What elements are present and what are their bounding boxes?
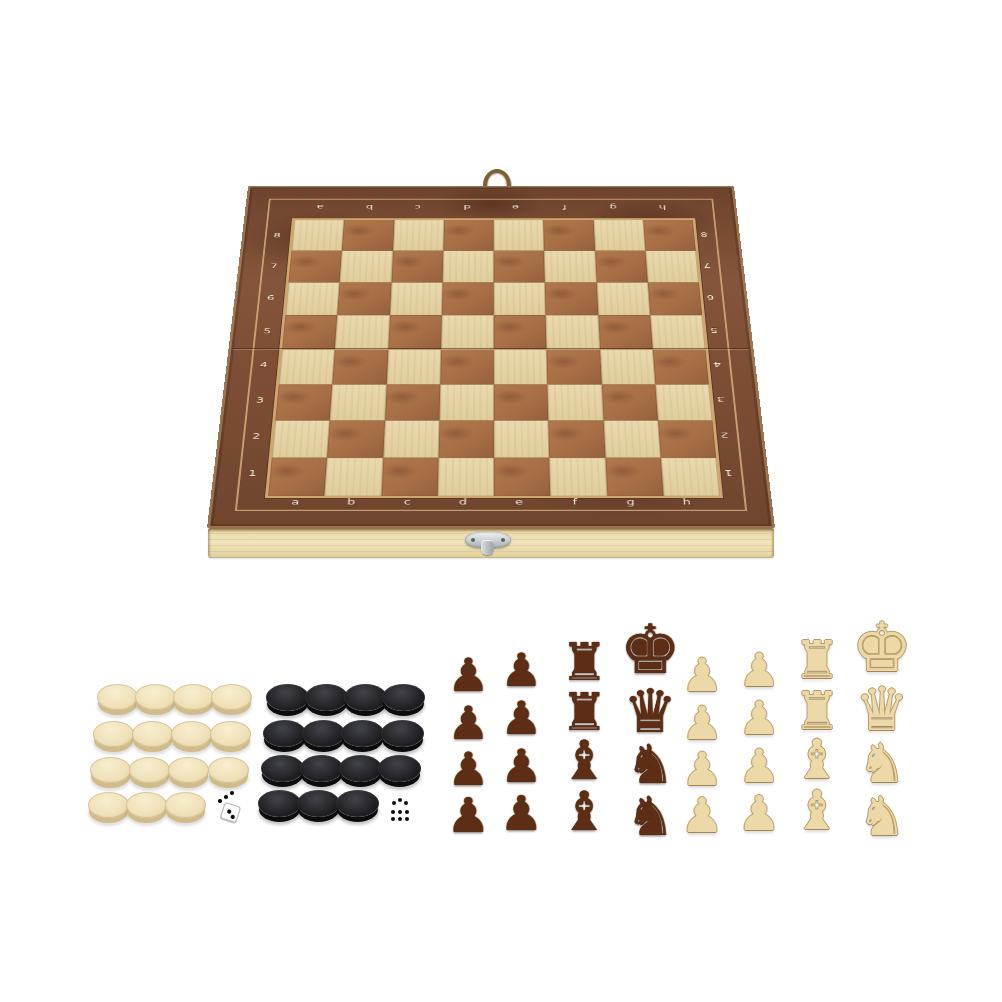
square-h5[interactable] <box>650 315 705 349</box>
black-checker[interactable] <box>263 720 306 747</box>
coord-label-h: h <box>637 204 686 211</box>
coord-label-7: 7 <box>263 250 284 281</box>
white-checker[interactable] <box>88 792 129 818</box>
square-h8[interactable] <box>643 220 696 251</box>
coord-label-g: g <box>588 204 637 211</box>
light-pawn[interactable]: ♟ <box>737 789 780 837</box>
square-h4[interactable] <box>653 349 709 384</box>
light-pawn[interactable]: ♟ <box>680 791 723 839</box>
square-f7[interactable] <box>544 251 596 283</box>
light-pawn[interactable]: ♟ <box>738 743 779 789</box>
square-d7[interactable] <box>442 251 493 283</box>
coord-label-6: 6 <box>260 282 281 314</box>
coord-label-4: 4 <box>253 348 275 382</box>
square-e7[interactable] <box>494 251 545 283</box>
loose-die-pip <box>224 795 228 799</box>
square-g4[interactable] <box>600 349 656 384</box>
square-h3[interactable] <box>655 384 712 420</box>
square-c8[interactable] <box>393 220 444 251</box>
light-knight[interactable]: ♞ <box>858 790 906 844</box>
square-g7[interactable] <box>595 251 648 283</box>
black-dice-pip <box>405 810 409 814</box>
light-pawn[interactable]: ♟ <box>738 647 779 693</box>
latch-knob-icon <box>481 540 494 555</box>
coord-label-c: c <box>379 497 435 506</box>
black-checker[interactable] <box>266 684 309 711</box>
square-d5[interactable] <box>441 315 494 349</box>
coord-label-c: c <box>393 204 442 211</box>
coord-label-2: 2 <box>713 418 736 455</box>
light-bishop[interactable]: ♝ <box>793 784 841 838</box>
dark-rook[interactable]: ♜ <box>561 636 608 688</box>
black-checker[interactable] <box>341 720 384 747</box>
coord-label-1: 1 <box>241 454 264 492</box>
black-checker[interactable] <box>258 790 301 817</box>
square-e6[interactable] <box>494 283 546 316</box>
square-f5[interactable] <box>546 315 600 349</box>
coord-label-e: e <box>491 497 547 506</box>
square-f1[interactable] <box>549 458 606 497</box>
light-pawn[interactable]: ♟ <box>738 695 779 741</box>
black-checker[interactable] <box>300 755 343 782</box>
coord-label-e: e <box>491 204 540 211</box>
square-f8[interactable] <box>543 220 594 251</box>
white-checker[interactable] <box>168 757 209 783</box>
square-f2[interactable] <box>549 420 605 457</box>
square-d8[interactable] <box>443 220 494 251</box>
light-pawn[interactable]: ♟ <box>681 700 722 746</box>
checkerboard <box>265 218 723 498</box>
coord-label-d: d <box>435 497 491 506</box>
coord-label-b: b <box>344 204 393 211</box>
white-checker[interactable] <box>173 684 214 710</box>
white-checker[interactable] <box>135 684 176 710</box>
product-photo-stage: abcdefgh abcdefgh 87654321 87654321 ♟♟♟♟… <box>0 0 1002 1002</box>
white-checker[interactable] <box>210 721 251 747</box>
square-c1[interactable] <box>381 458 438 497</box>
dark-pawn[interactable]: ♟ <box>500 647 541 693</box>
black-dice-pip <box>391 817 395 821</box>
square-a2[interactable] <box>272 420 330 457</box>
square-h6[interactable] <box>648 283 703 316</box>
files-top: abcdefgh <box>295 204 686 211</box>
coord-label-b: b <box>323 497 379 506</box>
square-g5[interactable] <box>598 315 653 349</box>
black-dice-pip <box>398 798 402 802</box>
coord-label-8: 8 <box>267 220 288 251</box>
coord-label-1: 1 <box>717 454 740 492</box>
white-checker[interactable] <box>132 721 173 747</box>
square-d1[interactable] <box>437 458 493 497</box>
coord-label-a: a <box>267 497 324 506</box>
square-c2[interactable] <box>383 420 439 457</box>
square-c4[interactable] <box>386 349 441 384</box>
light-pawn[interactable]: ♟ <box>681 652 722 698</box>
square-a4[interactable] <box>279 349 335 384</box>
dark-pawn[interactable]: ♟ <box>446 791 489 839</box>
square-b5[interactable] <box>335 315 390 349</box>
square-b6[interactable] <box>337 283 391 316</box>
square-g8[interactable] <box>593 220 645 251</box>
square-a7[interactable] <box>288 251 342 283</box>
coord-label-3: 3 <box>249 382 272 418</box>
square-a5[interactable] <box>282 315 337 349</box>
square-f3[interactable] <box>548 384 604 420</box>
square-h1[interactable] <box>661 458 720 497</box>
dark-bishop[interactable]: ♝ <box>560 785 608 839</box>
square-h2[interactable] <box>658 420 716 457</box>
square-b3[interactable] <box>330 384 386 420</box>
coord-label-6: 6 <box>700 282 721 314</box>
square-g3[interactable] <box>601 384 657 420</box>
black-dice-pip <box>405 817 409 821</box>
square-f4[interactable] <box>547 349 602 384</box>
light-knight[interactable]: ♞ <box>858 737 906 791</box>
black-dice-pip <box>391 810 395 814</box>
coord-label-8: 8 <box>694 220 715 251</box>
dark-knight[interactable]: ♞ <box>626 790 674 844</box>
black-dice-pip <box>398 817 402 821</box>
black-checker[interactable] <box>297 790 340 817</box>
white-checker[interactable] <box>165 792 206 818</box>
black-checker[interactable] <box>382 684 425 711</box>
square-h7[interactable] <box>645 251 699 283</box>
box-pine-base <box>208 528 774 558</box>
black-checker[interactable] <box>305 684 348 711</box>
square-b4[interactable] <box>333 349 388 384</box>
white-checker[interactable] <box>211 684 252 710</box>
square-g1[interactable] <box>605 458 663 497</box>
coord-label-d: d <box>442 204 491 211</box>
square-d6[interactable] <box>442 283 494 316</box>
dark-knight[interactable]: ♞ <box>626 738 674 792</box>
square-d2[interactable] <box>438 420 494 457</box>
white-checker[interactable] <box>90 757 131 783</box>
die-pip <box>227 809 231 813</box>
black-dice-pip <box>398 810 402 814</box>
square-d4[interactable] <box>440 349 494 384</box>
coord-label-3: 3 <box>710 382 733 418</box>
dark-pawn[interactable]: ♟ <box>499 789 542 837</box>
loose-die-pip <box>230 791 234 795</box>
light-king[interactable]: ♚ <box>852 614 913 682</box>
square-c5[interactable] <box>388 315 442 349</box>
dark-king[interactable]: ♚ <box>620 616 681 684</box>
light-queen[interactable]: ♛ <box>855 679 909 739</box>
fold-seam <box>233 348 749 349</box>
square-c7[interactable] <box>391 251 443 283</box>
chess-board-box: abcdefgh abcdefgh 87654321 87654321 <box>207 189 775 560</box>
board-surface: abcdefgh abcdefgh 87654321 87654321 <box>207 186 775 528</box>
square-e1[interactable] <box>494 458 551 497</box>
square-b1[interactable] <box>325 458 383 497</box>
coord-label-a: a <box>295 204 344 211</box>
coord-label-4: 4 <box>706 348 728 382</box>
coord-label-5: 5 <box>256 314 278 347</box>
black-dice-pip <box>404 801 408 805</box>
white-checker[interactable] <box>97 684 138 710</box>
white-checker[interactable] <box>129 757 170 783</box>
black-checker[interactable] <box>378 755 421 782</box>
dark-pawn[interactable]: ♟ <box>500 743 541 789</box>
square-b7[interactable] <box>340 251 393 283</box>
coord-label-7: 7 <box>697 250 718 281</box>
square-a1[interactable] <box>268 458 327 497</box>
square-e2[interactable] <box>494 420 550 457</box>
square-f6[interactable] <box>545 283 598 316</box>
black-checker[interactable] <box>381 720 424 747</box>
white-die[interactable] <box>220 802 241 823</box>
white-checker[interactable] <box>171 721 212 747</box>
dark-pawn[interactable]: ♟ <box>447 652 488 698</box>
square-c6[interactable] <box>390 283 443 316</box>
coord-label-5: 5 <box>703 314 725 347</box>
square-e5[interactable] <box>494 315 547 349</box>
coord-label-2: 2 <box>245 418 268 455</box>
dark-pawn[interactable]: ♟ <box>447 700 488 746</box>
square-b2[interactable] <box>327 420 384 457</box>
square-e4[interactable] <box>494 349 548 384</box>
black-checker[interactable] <box>336 790 379 817</box>
black-checker[interactable] <box>339 755 382 782</box>
coord-label-g: g <box>603 497 659 506</box>
square-a6[interactable] <box>285 283 339 316</box>
square-a3[interactable] <box>275 384 332 420</box>
dark-queen[interactable]: ♛ <box>623 681 677 741</box>
die-pip <box>230 814 234 818</box>
coord-label-h: h <box>658 497 715 506</box>
dark-pawn[interactable]: ♟ <box>500 695 541 741</box>
black-checker[interactable] <box>302 720 345 747</box>
black-checker[interactable] <box>261 755 304 782</box>
black-dice-pip <box>392 801 396 805</box>
square-a8[interactable] <box>292 220 345 251</box>
light-rook[interactable]: ♜ <box>794 634 841 686</box>
white-checker[interactable] <box>208 757 249 783</box>
square-g2[interactable] <box>603 420 660 457</box>
square-g6[interactable] <box>596 283 650 316</box>
files-bottom: abcdefgh <box>267 497 715 506</box>
dark-pawn[interactable]: ♟ <box>447 746 488 792</box>
coord-label-f: f <box>540 204 589 211</box>
square-e3[interactable] <box>494 384 549 420</box>
loose-die-pip <box>218 799 222 803</box>
white-checker[interactable] <box>126 792 167 818</box>
white-checker[interactable] <box>93 721 134 747</box>
black-checker[interactable] <box>344 684 387 711</box>
square-b8[interactable] <box>342 220 394 251</box>
square-e8[interactable] <box>494 220 545 251</box>
light-pawn[interactable]: ♟ <box>681 746 722 792</box>
coord-label-f: f <box>547 497 603 506</box>
square-c3[interactable] <box>385 384 440 420</box>
square-d3[interactable] <box>439 384 494 420</box>
